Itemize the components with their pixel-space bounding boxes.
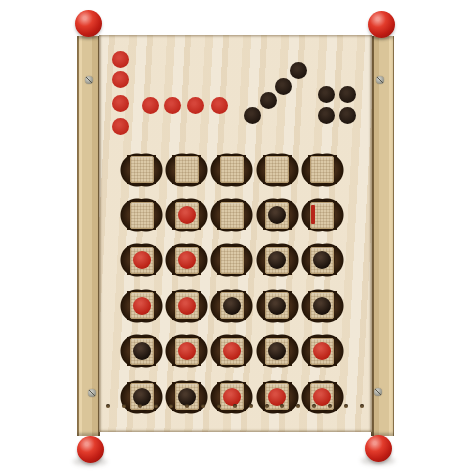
disc-cell[interactable] <box>119 329 164 374</box>
wood-tile[interactable] <box>130 292 154 319</box>
spool-cutout <box>256 289 299 323</box>
red-pattern-dot <box>112 118 129 135</box>
spool-cutout <box>120 243 163 277</box>
disc-cell[interactable] <box>164 238 209 283</box>
spool-cutout <box>165 243 208 277</box>
wood-tile[interactable] <box>175 292 199 319</box>
black-disc[interactable] <box>133 388 151 406</box>
red-disc-edge[interactable] <box>311 205 315 224</box>
disc-cell[interactable] <box>209 147 254 192</box>
spool-cutout <box>165 198 208 232</box>
red-disc[interactable] <box>178 206 196 224</box>
wood-tile[interactable] <box>175 156 199 183</box>
black-disc[interactable] <box>268 297 286 315</box>
peg-hole <box>106 404 110 408</box>
red-disc[interactable] <box>223 388 241 406</box>
black-pattern-dot <box>260 92 277 109</box>
spool-cutout <box>120 289 163 323</box>
corner-knob <box>365 435 392 462</box>
spool-cutout <box>301 243 344 277</box>
peg-hole <box>233 404 237 408</box>
black-disc[interactable] <box>268 206 286 224</box>
screw-icon <box>376 76 384 84</box>
spool-cutout <box>210 334 253 368</box>
black-pattern-dot <box>244 107 261 124</box>
spool-cutout <box>120 153 163 187</box>
disc-cell[interactable] <box>119 238 164 283</box>
red-pattern-dot <box>112 95 129 112</box>
wall-game-board <box>0 0 472 472</box>
spool-cutout <box>301 380 344 414</box>
spool-cutout <box>165 153 208 187</box>
spool-cutout <box>165 289 208 323</box>
wood-tile[interactable] <box>265 292 289 319</box>
frame-right-rail <box>371 36 394 436</box>
spool-cutout <box>301 334 344 368</box>
red-pattern-dot <box>142 97 159 114</box>
wood-tile[interactable] <box>130 247 154 274</box>
spool-cutout <box>256 334 299 368</box>
red-disc[interactable] <box>133 297 151 315</box>
disc-cell[interactable] <box>209 283 254 328</box>
peg-hole <box>265 404 269 408</box>
screw-icon <box>85 76 93 84</box>
red-disc[interactable] <box>178 297 196 315</box>
red-disc[interactable] <box>178 251 196 269</box>
black-disc[interactable] <box>223 297 241 315</box>
disc-cell[interactable] <box>119 283 164 328</box>
screw-icon <box>88 389 96 397</box>
spool-cutout <box>210 380 253 414</box>
disc-cell[interactable] <box>300 147 345 192</box>
wood-tile[interactable] <box>130 202 154 229</box>
spool-cutout <box>210 153 253 187</box>
red-disc[interactable] <box>178 342 196 360</box>
wood-tile[interactable] <box>130 338 154 365</box>
wood-tile[interactable] <box>310 338 334 365</box>
wood-tile[interactable] <box>220 156 244 183</box>
disc-cell[interactable] <box>255 238 300 283</box>
wood-tile[interactable] <box>310 247 334 274</box>
wood-tile[interactable] <box>220 247 244 274</box>
frame-left-rail <box>77 36 100 436</box>
red-disc[interactable] <box>313 342 331 360</box>
disc-cell[interactable] <box>164 329 209 374</box>
spool-cutout <box>120 334 163 368</box>
disc-cell[interactable] <box>209 238 254 283</box>
red-pattern-dot <box>112 51 129 68</box>
wood-tile[interactable] <box>220 292 244 319</box>
disc-cell[interactable] <box>300 374 345 419</box>
black-pattern-dot <box>318 107 335 124</box>
disc-cell[interactable] <box>164 192 209 237</box>
disc-cell[interactable] <box>164 283 209 328</box>
disc-cell[interactable] <box>255 329 300 374</box>
peg-hole <box>344 404 348 408</box>
black-disc[interactable] <box>268 251 286 269</box>
wood-tile[interactable] <box>265 202 289 229</box>
black-pattern-dot <box>318 86 335 103</box>
peg-hole <box>360 404 364 408</box>
disc-cell[interactable] <box>255 147 300 192</box>
spool-cutout <box>210 289 253 323</box>
black-disc[interactable] <box>178 388 196 406</box>
wood-tile[interactable] <box>265 383 289 410</box>
peg-hole <box>328 404 332 408</box>
wood-tile[interactable] <box>175 338 199 365</box>
black-disc[interactable] <box>268 342 286 360</box>
red-disc[interactable] <box>133 251 151 269</box>
wood-tile[interactable] <box>265 247 289 274</box>
red-disc[interactable] <box>223 342 241 360</box>
wood-tile[interactable] <box>220 383 244 410</box>
disc-cell[interactable] <box>300 192 345 237</box>
black-pattern-dot <box>339 86 356 103</box>
black-disc[interactable] <box>313 251 331 269</box>
wood-tile[interactable] <box>220 338 244 365</box>
wood-tile[interactable] <box>265 338 289 365</box>
black-pattern-dot <box>290 62 307 79</box>
red-disc[interactable] <box>313 388 331 406</box>
peg-hole <box>122 404 126 408</box>
disc-grid <box>119 147 345 419</box>
red-pattern-dot <box>187 97 204 114</box>
peg-hole <box>217 404 221 408</box>
disc-cell[interactable] <box>164 374 209 419</box>
peg-hole <box>154 404 158 408</box>
disc-cell[interactable] <box>209 192 254 237</box>
spool-cutout <box>256 153 299 187</box>
wood-tile[interactable] <box>130 156 154 183</box>
spool-cutout <box>301 153 344 187</box>
black-disc[interactable] <box>133 342 151 360</box>
black-pattern-dot <box>275 78 292 95</box>
red-pattern-dot <box>112 71 129 88</box>
disc-cell[interactable] <box>300 283 345 328</box>
spool-cutout <box>120 380 163 414</box>
spool-cutout <box>301 198 344 232</box>
peg-hole <box>138 404 142 408</box>
spool-cutout <box>256 243 299 277</box>
spool-cutout <box>256 198 299 232</box>
disc-cell[interactable] <box>119 192 164 237</box>
spool-cutout <box>210 198 253 232</box>
disc-cell[interactable] <box>255 192 300 237</box>
red-pattern-dot <box>164 97 181 114</box>
wood-tile[interactable] <box>175 247 199 274</box>
spool-cutout <box>165 334 208 368</box>
corner-knob <box>368 11 395 38</box>
wood-tile[interactable] <box>310 156 334 183</box>
disc-cell[interactable] <box>119 374 164 419</box>
spool-cutout <box>210 243 253 277</box>
corner-knob <box>75 10 102 37</box>
wood-tile[interactable] <box>175 202 199 229</box>
wood-tile[interactable] <box>310 292 334 319</box>
disc-cell[interactable] <box>300 329 345 374</box>
disc-cell[interactable] <box>255 283 300 328</box>
disc-cell[interactable] <box>119 147 164 192</box>
disc-cell[interactable] <box>300 238 345 283</box>
spool-cutout <box>120 198 163 232</box>
red-disc[interactable] <box>268 388 286 406</box>
wood-tile[interactable] <box>265 156 289 183</box>
wood-tile[interactable] <box>310 202 334 229</box>
disc-cell[interactable] <box>164 147 209 192</box>
corner-knob <box>77 436 104 463</box>
screw-icon <box>374 388 382 396</box>
disc-cell[interactable] <box>255 374 300 419</box>
black-pattern-dot <box>339 107 356 124</box>
disc-cell[interactable] <box>209 374 254 419</box>
wood-tile[interactable] <box>220 202 244 229</box>
spool-cutout <box>301 289 344 323</box>
black-disc[interactable] <box>313 297 331 315</box>
peg-hole <box>249 404 253 408</box>
spool-cutout <box>165 380 208 414</box>
disc-cell[interactable] <box>209 329 254 374</box>
red-pattern-dot <box>211 97 228 114</box>
spool-cutout <box>256 380 299 414</box>
